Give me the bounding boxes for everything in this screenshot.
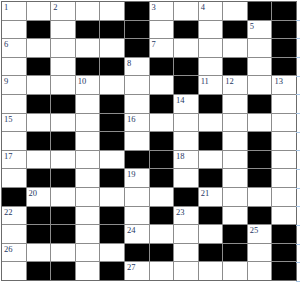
clue-number-12: 12 <box>225 76 234 86</box>
cell-r2c2-black <box>27 21 51 39</box>
clue-number-17: 17 <box>4 151 13 161</box>
clue-number-5: 5 <box>250 21 254 31</box>
cell-r7c10-white[interactable] <box>223 114 247 132</box>
gridline-artifact <box>296 57 300 58</box>
cell-r11c6-white[interactable] <box>125 188 149 206</box>
cell-r13c1-white[interactable] <box>2 225 26 243</box>
cell-r5c12-white[interactable]: 13 <box>272 76 296 94</box>
crossword-page: 1234567891011121314151617181920212223242… <box>0 0 300 282</box>
cell-r10c4-white[interactable] <box>76 169 100 187</box>
cell-r13c8-white[interactable] <box>174 225 198 243</box>
cell-r13c10-black <box>223 225 247 243</box>
cell-r5c7-white[interactable] <box>150 76 174 94</box>
cell-r13c2-black <box>27 225 51 243</box>
cell-r12c9-black <box>199 207 223 225</box>
clue-number-1: 1 <box>4 2 8 12</box>
cell-r6c3-black <box>51 95 75 113</box>
cell-r14c12-black <box>272 244 296 262</box>
cell-r12c1-white[interactable]: 22 <box>2 207 26 225</box>
cell-r15c11-white[interactable] <box>248 262 272 280</box>
cell-r9c7-black <box>150 151 174 169</box>
cell-r4c5-black <box>100 58 124 76</box>
cell-r11c8-black <box>174 188 198 206</box>
cell-r7c1-white[interactable]: 15 <box>2 114 26 132</box>
cell-r2c8-black <box>174 21 198 39</box>
cell-r9c12-white[interactable] <box>272 151 296 169</box>
cell-r10c1-white[interactable] <box>2 169 26 187</box>
cell-r7c4-white[interactable] <box>76 114 100 132</box>
cell-r10c7-black <box>150 169 174 187</box>
cell-r3c1-white[interactable]: 6 <box>2 39 26 57</box>
cell-r3c11-white[interactable] <box>248 39 272 57</box>
clue-number-10: 10 <box>78 76 87 86</box>
clue-number-25: 25 <box>250 225 259 235</box>
cell-r11c11-white[interactable] <box>248 188 272 206</box>
cell-r4c6-white[interactable]: 8 <box>125 58 149 76</box>
cell-r15c2-black <box>27 262 51 280</box>
cell-r13c11-white[interactable]: 25 <box>248 225 272 243</box>
cell-r5c9-white[interactable]: 11 <box>199 76 223 94</box>
cell-r7c5-black <box>100 114 124 132</box>
cell-r1c8-white[interactable] <box>174 2 198 20</box>
cell-r9c11-black <box>248 151 272 169</box>
gridline-artifact <box>296 132 300 133</box>
cell-r14c8-white[interactable] <box>174 244 198 262</box>
cell-r15c6-white[interactable]: 27 <box>125 262 149 280</box>
cell-r12c3-black <box>51 207 75 225</box>
cell-r2c10-black <box>223 21 247 39</box>
cell-r8c10-white[interactable] <box>223 132 247 150</box>
clue-number-8: 8 <box>127 58 131 68</box>
cell-r15c9-white[interactable] <box>199 262 223 280</box>
gridline-artifact <box>296 206 300 207</box>
cell-r6c2-black <box>27 95 51 113</box>
cell-r4c4-black <box>76 58 100 76</box>
cell-r7c9-white[interactable] <box>199 114 223 132</box>
cell-r6c9-black <box>199 95 223 113</box>
cell-r5c6-white[interactable] <box>125 76 149 94</box>
clue-number-19: 19 <box>127 169 136 179</box>
cell-r1c5-white[interactable] <box>100 2 124 20</box>
crossword-grid: 1234567891011121314151617181920212223242… <box>1 1 297 281</box>
cell-r9c10-white[interactable] <box>223 151 247 169</box>
cell-r11c2-white[interactable]: 20 <box>27 188 51 206</box>
cell-r8c8-white[interactable] <box>174 132 198 150</box>
cell-r11c1-black <box>2 188 26 206</box>
clue-number-9: 9 <box>4 76 8 86</box>
cell-r7c7-white[interactable] <box>150 114 174 132</box>
cell-r2c4-black <box>76 21 100 39</box>
cell-r12c11-black <box>248 207 272 225</box>
cell-r11c10-white[interactable] <box>223 188 247 206</box>
cell-r1c10-white[interactable] <box>223 2 247 20</box>
cell-r13c7-white[interactable] <box>150 225 174 243</box>
cell-r6c12-white[interactable] <box>272 95 296 113</box>
cell-r14c2-white[interactable] <box>27 244 51 262</box>
cell-r2c6-black <box>125 21 149 39</box>
cell-r6c5-black <box>100 95 124 113</box>
cell-r5c11-white[interactable] <box>248 76 272 94</box>
cell-r4c1-white[interactable] <box>2 58 26 76</box>
cell-r3c7-white[interactable]: 7 <box>150 39 174 57</box>
cell-r10c3-black <box>51 169 75 187</box>
cell-r7c2-white[interactable] <box>27 114 51 132</box>
cell-r3c8-white[interactable] <box>174 39 198 57</box>
cell-r8c12-white[interactable] <box>272 132 296 150</box>
gridline-artifact <box>296 188 300 189</box>
cell-r15c4-white[interactable] <box>76 262 100 280</box>
cell-r12c8-white[interactable]: 23 <box>174 207 198 225</box>
cell-r4c7-black <box>150 58 174 76</box>
cell-r4c12-black <box>272 58 296 76</box>
cell-r8c5-black <box>100 132 124 150</box>
cell-r6c10-white[interactable] <box>223 95 247 113</box>
cell-r8c11-black <box>248 132 272 150</box>
cell-r1c12-black <box>272 2 296 20</box>
cell-r10c9-black <box>199 169 223 187</box>
cell-r11c12-white[interactable] <box>272 188 296 206</box>
cell-r9c8-white[interactable]: 18 <box>174 151 198 169</box>
cell-r7c11-white[interactable] <box>248 114 272 132</box>
cell-r5c10-white[interactable]: 12 <box>223 76 247 94</box>
cell-r8c3-black <box>51 132 75 150</box>
cell-r9c1-white[interactable]: 17 <box>2 151 26 169</box>
gridline-artifact <box>296 113 300 114</box>
gridline-artifact <box>296 150 300 151</box>
cell-r1c1-white[interactable]: 1 <box>2 2 26 20</box>
cell-r1c7-white[interactable]: 3 <box>150 2 174 20</box>
cell-r12c12-white[interactable] <box>272 207 296 225</box>
cell-r12c6-white[interactable] <box>125 207 149 225</box>
cell-r6c6-white[interactable] <box>125 95 149 113</box>
cell-r12c4-white[interactable] <box>76 207 100 225</box>
cell-r6c8-white[interactable]: 14 <box>174 95 198 113</box>
cell-r14c7-black <box>150 244 174 262</box>
cell-r14c6-black <box>125 244 149 262</box>
clue-number-13: 13 <box>274 76 283 86</box>
cell-r10c5-black <box>100 169 124 187</box>
clue-number-18: 18 <box>176 151 185 161</box>
cell-r14c4-white[interactable] <box>76 244 100 262</box>
cell-r10c2-black <box>27 169 51 187</box>
cell-r1c9-white[interactable]: 4 <box>199 2 223 20</box>
cell-r7c8-white[interactable] <box>174 114 198 132</box>
cell-r10c8-white[interactable] <box>174 169 198 187</box>
cell-r15c8-white[interactable] <box>174 262 198 280</box>
cell-r15c1-white[interactable] <box>2 262 26 280</box>
cell-r3c10-white[interactable] <box>223 39 247 57</box>
gridline-artifact <box>296 38 300 39</box>
gridline-artifact <box>296 20 300 21</box>
cell-r3c9-white[interactable] <box>199 39 223 57</box>
clue-number-16: 16 <box>127 114 136 124</box>
cell-r3c3-white[interactable] <box>51 39 75 57</box>
cell-r13c9-white[interactable] <box>199 225 223 243</box>
cell-r6c11-black <box>248 95 272 113</box>
gridline-artifact <box>296 262 300 263</box>
cell-r12c2-black <box>27 207 51 225</box>
cell-r1c4-white[interactable] <box>76 2 100 20</box>
cell-r14c5-white[interactable] <box>100 244 124 262</box>
gridline-artifact <box>296 169 300 170</box>
cell-r4c3-white[interactable] <box>51 58 75 76</box>
cell-r4c10-black <box>223 58 247 76</box>
clue-number-15: 15 <box>4 114 13 124</box>
cell-r13c12-black <box>272 225 296 243</box>
gridline-artifact <box>296 76 300 77</box>
cell-r13c5-black <box>100 225 124 243</box>
cell-r2c11-white[interactable]: 5 <box>248 21 272 39</box>
cell-r9c4-white[interactable] <box>76 151 100 169</box>
clue-number-27: 27 <box>127 262 136 272</box>
cell-r1c6-black <box>125 2 149 20</box>
cell-r10c11-black <box>248 169 272 187</box>
cell-r6c4-white[interactable] <box>76 95 100 113</box>
cell-r13c6-white[interactable]: 24 <box>125 225 149 243</box>
gridline-artifact <box>296 244 300 245</box>
cell-r7c6-white[interactable]: 16 <box>125 114 149 132</box>
cell-r7c12-white[interactable] <box>272 114 296 132</box>
cell-r15c5-black <box>100 262 124 280</box>
cell-r9c3-white[interactable] <box>51 151 75 169</box>
cell-r2c1-white[interactable] <box>2 21 26 39</box>
cell-r2c12-black <box>272 21 296 39</box>
cell-r11c4-white[interactable] <box>76 188 100 206</box>
cell-r10c6-white[interactable]: 19 <box>125 169 149 187</box>
clue-number-24: 24 <box>127 225 136 235</box>
cell-r14c1-white[interactable]: 26 <box>2 244 26 262</box>
cell-r2c3-white[interactable] <box>51 21 75 39</box>
cell-r3c6-black <box>125 39 149 57</box>
cell-r9c9-white[interactable] <box>199 151 223 169</box>
cell-r13c4-white[interactable] <box>76 225 100 243</box>
cell-r2c9-white[interactable] <box>199 21 223 39</box>
cell-r12c10-white[interactable] <box>223 207 247 225</box>
cell-r8c6-white[interactable] <box>125 132 149 150</box>
cell-r4c11-white[interactable] <box>248 58 272 76</box>
cell-r4c8-black <box>174 58 198 76</box>
clue-number-14: 14 <box>176 95 185 105</box>
cell-r6c7-black <box>150 95 174 113</box>
cell-r11c3-white[interactable] <box>51 188 75 206</box>
cell-r1c11-black <box>248 2 272 20</box>
cell-r15c7-white[interactable] <box>150 262 174 280</box>
cell-r8c1-white[interactable] <box>2 132 26 150</box>
cell-r1c2-white[interactable] <box>27 2 51 20</box>
cell-r2c5-black <box>100 21 124 39</box>
clue-number-3: 3 <box>152 2 156 12</box>
cell-r7c3-white[interactable] <box>51 114 75 132</box>
cell-r4c9-white[interactable] <box>199 58 223 76</box>
cell-r5c4-white[interactable]: 10 <box>76 76 100 94</box>
cell-r3c5-white[interactable] <box>100 39 124 57</box>
clue-number-7: 7 <box>152 39 156 49</box>
cell-r15c3-black <box>51 262 75 280</box>
cell-r3c12-black <box>272 39 296 57</box>
cell-r10c10-white[interactable] <box>223 169 247 187</box>
cell-r5c2-white[interactable] <box>27 76 51 94</box>
cell-r5c1-white[interactable]: 9 <box>2 76 26 94</box>
clue-number-21: 21 <box>201 188 210 198</box>
clue-number-6: 6 <box>4 39 8 49</box>
cell-r14c9-black <box>199 244 223 262</box>
cell-r9c2-white[interactable] <box>27 151 51 169</box>
clue-number-11: 11 <box>201 76 209 86</box>
cell-r3c4-white[interactable] <box>76 39 100 57</box>
cell-r14c10-black <box>223 244 247 262</box>
clue-number-26: 26 <box>4 244 13 254</box>
clue-number-2: 2 <box>53 2 57 12</box>
cell-r9c6-black <box>125 151 149 169</box>
gridline-artifact <box>296 94 300 95</box>
clue-number-20: 20 <box>29 188 38 198</box>
cell-r1c3-white[interactable]: 2 <box>51 2 75 20</box>
cell-r8c7-black <box>150 132 174 150</box>
cell-r2c7-white[interactable] <box>150 21 174 39</box>
cell-r4c2-black <box>27 58 51 76</box>
cell-r10c12-white[interactable] <box>272 169 296 187</box>
cell-r14c3-white[interactable] <box>51 244 75 262</box>
cell-r8c4-white[interactable] <box>76 132 100 150</box>
cell-r13c3-black <box>51 225 75 243</box>
cell-r5c3-white[interactable] <box>51 76 75 94</box>
cell-r5c8-black <box>174 76 198 94</box>
clue-number-23: 23 <box>176 207 185 217</box>
cell-r8c2-black <box>27 132 51 150</box>
cell-r3c2-white[interactable] <box>27 39 51 57</box>
cell-r12c5-black <box>100 207 124 225</box>
cell-r11c9-white[interactable]: 21 <box>199 188 223 206</box>
cell-r12c7-black <box>150 207 174 225</box>
cell-r11c7-white[interactable] <box>150 188 174 206</box>
gridline-artifact <box>296 225 300 226</box>
cell-r14c11-white[interactable] <box>248 244 272 262</box>
cell-r8c9-black <box>199 132 223 150</box>
cell-r11c5-white[interactable] <box>100 188 124 206</box>
cell-r5c5-white[interactable] <box>100 76 124 94</box>
clue-number-4: 4 <box>201 2 205 12</box>
clue-number-22: 22 <box>4 207 13 217</box>
cell-r15c12-black <box>272 262 296 280</box>
cell-r6c1-white[interactable] <box>2 95 26 113</box>
cell-r9c5-white[interactable] <box>100 151 124 169</box>
cell-r15c10-white[interactable] <box>223 262 247 280</box>
